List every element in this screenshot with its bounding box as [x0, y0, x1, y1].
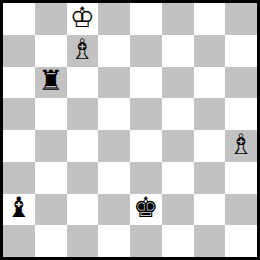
square-d6[interactable]: [98, 67, 130, 99]
square-f4[interactable]: [162, 130, 194, 162]
square-f8[interactable]: [162, 3, 194, 35]
square-b2[interactable]: [35, 194, 67, 226]
piece-black-rook[interactable]: ♜: [38, 67, 63, 95]
square-a2[interactable]: ♝: [3, 194, 35, 226]
square-b4[interactable]: [35, 130, 67, 162]
square-e6[interactable]: [130, 67, 162, 99]
chess-board: ♔♗♜♗♝♚: [3, 3, 257, 257]
square-e5[interactable]: [130, 98, 162, 130]
square-d5[interactable]: [98, 98, 130, 130]
square-g4[interactable]: [194, 130, 226, 162]
square-f6[interactable]: [162, 67, 194, 99]
square-a3[interactable]: [3, 162, 35, 194]
square-e1[interactable]: [130, 225, 162, 257]
square-b5[interactable]: [35, 98, 67, 130]
square-h6[interactable]: [225, 67, 257, 99]
square-f2[interactable]: [162, 194, 194, 226]
square-c8[interactable]: ♔: [67, 3, 99, 35]
square-d1[interactable]: [98, 225, 130, 257]
square-h5[interactable]: [225, 98, 257, 130]
square-b6[interactable]: ♜: [35, 67, 67, 99]
square-h3[interactable]: [225, 162, 257, 194]
chess-board-frame: ♔♗♜♗♝♚: [0, 0, 260, 260]
square-b7[interactable]: [35, 35, 67, 67]
square-h7[interactable]: [225, 35, 257, 67]
square-h8[interactable]: [225, 3, 257, 35]
square-c5[interactable]: [67, 98, 99, 130]
square-c6[interactable]: [67, 67, 99, 99]
square-d2[interactable]: [98, 194, 130, 226]
square-a8[interactable]: [3, 3, 35, 35]
square-e3[interactable]: [130, 162, 162, 194]
square-g6[interactable]: [194, 67, 226, 99]
square-f3[interactable]: [162, 162, 194, 194]
square-b8[interactable]: [35, 3, 67, 35]
piece-white-bishop[interactable]: ♗: [70, 36, 95, 64]
square-f7[interactable]: [162, 35, 194, 67]
square-e8[interactable]: [130, 3, 162, 35]
square-e2[interactable]: ♚: [130, 194, 162, 226]
square-b1[interactable]: [35, 225, 67, 257]
square-h1[interactable]: [225, 225, 257, 257]
square-a1[interactable]: [3, 225, 35, 257]
piece-white-bishop[interactable]: ♗: [229, 131, 254, 159]
piece-black-bishop[interactable]: ♝: [6, 194, 31, 222]
square-c4[interactable]: [67, 130, 99, 162]
square-d7[interactable]: [98, 35, 130, 67]
square-e4[interactable]: [130, 130, 162, 162]
square-a6[interactable]: [3, 67, 35, 99]
square-a5[interactable]: [3, 98, 35, 130]
square-g3[interactable]: [194, 162, 226, 194]
square-c3[interactable]: [67, 162, 99, 194]
square-d8[interactable]: [98, 3, 130, 35]
piece-black-king[interactable]: ♚: [133, 194, 158, 222]
square-f1[interactable]: [162, 225, 194, 257]
square-a4[interactable]: [3, 130, 35, 162]
square-d3[interactable]: [98, 162, 130, 194]
square-c2[interactable]: [67, 194, 99, 226]
square-d4[interactable]: [98, 130, 130, 162]
square-c7[interactable]: ♗: [67, 35, 99, 67]
square-g5[interactable]: [194, 98, 226, 130]
square-b3[interactable]: [35, 162, 67, 194]
square-g7[interactable]: [194, 35, 226, 67]
square-c1[interactable]: [67, 225, 99, 257]
piece-white-king[interactable]: ♔: [70, 4, 95, 32]
square-g2[interactable]: [194, 194, 226, 226]
square-g8[interactable]: [194, 3, 226, 35]
square-f5[interactable]: [162, 98, 194, 130]
square-h2[interactable]: [225, 194, 257, 226]
square-a7[interactable]: [3, 35, 35, 67]
square-h4[interactable]: ♗: [225, 130, 257, 162]
square-g1[interactable]: [194, 225, 226, 257]
square-e7[interactable]: [130, 35, 162, 67]
